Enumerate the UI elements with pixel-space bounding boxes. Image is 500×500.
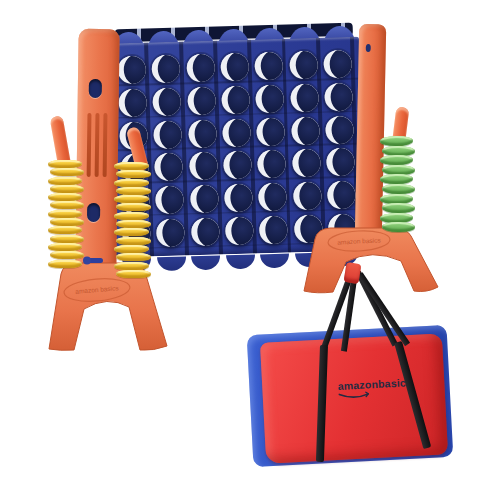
disc-stack-green-right [381, 136, 414, 232]
yellow-disc [116, 170, 151, 179]
bag-handle-wrap [344, 262, 362, 284]
green-disc [382, 222, 415, 232]
yellow-disc [114, 261, 149, 270]
yellow-disc [116, 203, 151, 212]
yellow-disc [114, 228, 149, 237]
green-disc [380, 155, 413, 165]
disc-stack-yellow-left-inner [115, 162, 150, 278]
yellow-disc [114, 212, 149, 221]
bag-brand-text: amazonbasics [338, 377, 413, 400]
yellow-disc [50, 201, 84, 210]
product-photo-connect-four-set: amazon basics amazon basics amazonbasics [0, 0, 500, 500]
green-disc [380, 193, 413, 203]
bag-brand-word1: amazon [337, 378, 378, 392]
yellow-disc [50, 251, 84, 260]
green-disc [380, 174, 413, 184]
yellow-disc [116, 253, 151, 262]
yellow-disc [48, 210, 82, 219]
foot-latch-knob [83, 257, 91, 265]
green-disc [382, 184, 415, 194]
yellow-disc [116, 270, 151, 279]
yellow-disc [50, 168, 84, 177]
yellow-disc [48, 226, 82, 235]
green-disc [380, 136, 413, 146]
yellow-disc [48, 176, 82, 185]
green-disc [382, 145, 415, 155]
disc-stack-yellow-left-outer [49, 160, 83, 268]
yellow-disc [50, 235, 84, 244]
yellow-disc [48, 259, 82, 268]
green-disc [382, 203, 415, 213]
yellow-disc [116, 237, 151, 246]
yellow-disc [114, 178, 149, 187]
